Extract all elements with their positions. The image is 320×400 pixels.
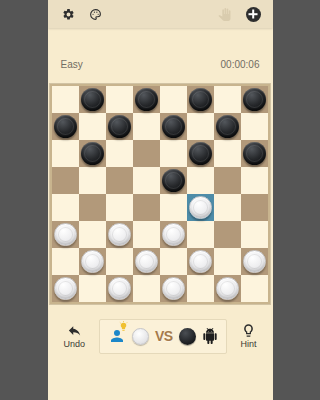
hint-button[interactable]: Hint [240,323,256,349]
top-bar [48,0,273,28]
timer: 00:00:06 [221,59,260,70]
square-r7c6[interactable] [214,275,241,302]
square-r4c7[interactable] [241,194,268,221]
square-r5c5 [187,221,214,248]
white-piece[interactable] [162,277,185,300]
square-r7c0[interactable] [52,275,79,302]
status-row: Easy 00:00:06 [61,59,260,70]
square-r7c2[interactable] [106,275,133,302]
square-r5c0[interactable] [52,221,79,248]
square-r3c4[interactable] [160,167,187,194]
hand-icon[interactable] [218,7,232,21]
square-r1c0[interactable] [52,113,79,140]
undo-label: Undo [64,339,86,349]
square-r3c7 [241,167,268,194]
white-piece[interactable] [108,277,131,300]
square-r3c6[interactable] [214,167,241,194]
square-r2c6 [214,140,241,167]
undo-arrow-icon [67,323,82,338]
white-piece[interactable] [108,223,131,246]
square-r1c7 [241,113,268,140]
square-r1c3 [133,113,160,140]
white-piece[interactable] [243,250,266,273]
square-r2c3[interactable] [133,140,160,167]
square-r2c7[interactable] [241,140,268,167]
square-r4c0 [52,194,79,221]
square-r1c1 [79,113,106,140]
square-r4c4 [160,194,187,221]
difficulty-label: Easy [61,59,83,70]
black-piece[interactable] [189,88,212,111]
black-piece[interactable] [216,115,239,138]
square-r7c4[interactable] [160,275,187,302]
black-piece[interactable] [162,115,185,138]
white-piece-indicator [132,328,149,345]
square-r6c4 [160,248,187,275]
square-r6c1[interactable] [79,248,106,275]
square-r0c1[interactable] [79,86,106,113]
android-icon [202,328,218,344]
square-r2c5[interactable] [187,140,214,167]
square-r2c1[interactable] [79,140,106,167]
black-piece[interactable] [135,88,158,111]
black-piece-indicator [179,328,196,345]
square-r7c3 [133,275,160,302]
square-r4c5[interactable] [187,194,214,221]
square-r5c1 [79,221,106,248]
white-piece[interactable] [135,250,158,273]
square-r6c3[interactable] [133,248,160,275]
square-r0c3[interactable] [133,86,160,113]
white-piece[interactable] [189,196,212,219]
square-r3c3 [133,167,160,194]
square-r6c6 [214,248,241,275]
black-piece[interactable] [108,115,131,138]
square-r4c2 [106,194,133,221]
square-r1c5 [187,113,214,140]
hint-label: Hint [240,339,256,349]
square-r5c3 [133,221,160,248]
square-r2c2 [106,140,133,167]
square-r6c7[interactable] [241,248,268,275]
square-r7c1 [79,275,106,302]
black-piece[interactable] [81,142,104,165]
undo-button[interactable]: Undo [64,323,86,349]
black-piece[interactable] [81,88,104,111]
square-r0c4 [160,86,187,113]
square-r2c0 [52,140,79,167]
square-r5c6[interactable] [214,221,241,248]
settings-icon[interactable] [62,7,76,21]
square-r0c0 [52,86,79,113]
black-piece[interactable] [54,115,77,138]
black-piece[interactable] [162,169,185,192]
white-piece[interactable] [54,223,77,246]
hint-lightbulb-icon [241,323,256,338]
square-r7c5 [187,275,214,302]
palette-icon[interactable] [89,7,103,21]
square-r6c2 [106,248,133,275]
square-r6c5[interactable] [187,248,214,275]
white-piece[interactable] [189,250,212,273]
square-r3c5 [187,167,214,194]
square-r1c2[interactable] [106,113,133,140]
square-r1c4[interactable] [160,113,187,140]
vs-label: VS [155,328,173,344]
white-piece[interactable] [162,223,185,246]
square-r6c0 [52,248,79,275]
square-r1c6[interactable] [214,113,241,140]
bottom-toolbar: Undo VS Hint [48,317,273,355]
white-piece[interactable] [81,250,104,273]
human-player-icon [108,327,126,345]
square-r3c2[interactable] [106,167,133,194]
square-r3c1 [79,167,106,194]
square-r4c6 [214,194,241,221]
square-r2c4 [160,140,187,167]
add-icon[interactable] [246,7,261,22]
black-piece[interactable] [189,142,212,165]
board [50,84,270,304]
square-r0c7[interactable] [241,86,268,113]
square-r0c2 [106,86,133,113]
black-piece[interactable] [243,88,266,111]
square-r7c7 [241,275,268,302]
turn-indicator-lightbulb-icon [118,321,129,332]
square-r5c2[interactable] [106,221,133,248]
square-r4c1[interactable] [79,194,106,221]
square-r0c6 [214,86,241,113]
square-r4c3[interactable] [133,194,160,221]
app-root: Easy 00:00:06 Undo VS Hint [48,0,273,400]
white-piece[interactable] [54,277,77,300]
square-r0c5[interactable] [187,86,214,113]
players-panel: VS [99,319,227,354]
square-r5c7 [241,221,268,248]
square-r5c4[interactable] [160,221,187,248]
square-r3c0[interactable] [52,167,79,194]
white-piece[interactable] [216,277,239,300]
black-piece[interactable] [243,142,266,165]
